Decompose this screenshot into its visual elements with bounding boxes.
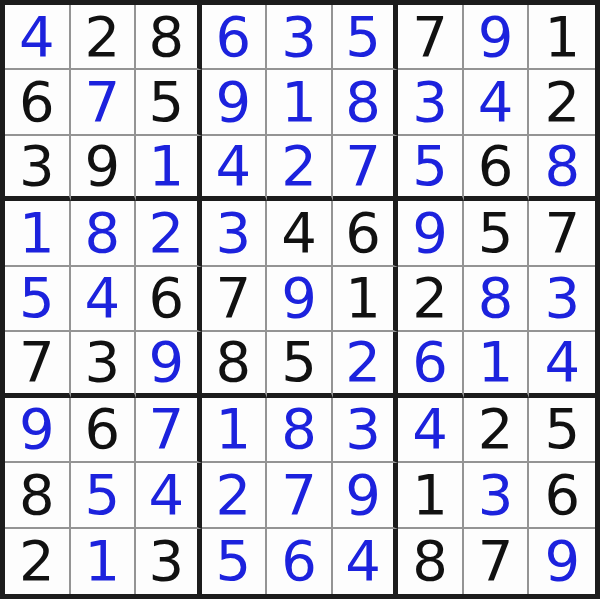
- cell-r7c4[interactable]: 1: [202, 398, 268, 463]
- cell-r7c1[interactable]: 9: [5, 398, 71, 463]
- cell-r3c3[interactable]: 1: [136, 136, 202, 201]
- cell-r7c2[interactable]: 6: [71, 398, 137, 463]
- cell-r9c8[interactable]: 7: [464, 529, 530, 594]
- cell-r5c6[interactable]: 1: [333, 267, 399, 332]
- cell-r4c7[interactable]: 9: [398, 201, 464, 266]
- cell-r5c5[interactable]: 9: [267, 267, 333, 332]
- cell-r1c5[interactable]: 3: [267, 5, 333, 70]
- cell-r6c9[interactable]: 4: [529, 332, 595, 397]
- cell-r3c1[interactable]: 3: [5, 136, 71, 201]
- cell-r2c1[interactable]: 6: [5, 70, 71, 135]
- cell-r9c6[interactable]: 4: [333, 529, 399, 594]
- cell-r7c8[interactable]: 2: [464, 398, 530, 463]
- cell-r8c1[interactable]: 8: [5, 463, 71, 528]
- cell-r2c9[interactable]: 2: [529, 70, 595, 135]
- cell-r6c8[interactable]: 1: [464, 332, 530, 397]
- cell-r4c5[interactable]: 4: [267, 201, 333, 266]
- cell-r7c6[interactable]: 3: [333, 398, 399, 463]
- cell-r1c1[interactable]: 4: [5, 5, 71, 70]
- cell-r8c6[interactable]: 9: [333, 463, 399, 528]
- cell-r3c9[interactable]: 8: [529, 136, 595, 201]
- cell-r2c6[interactable]: 8: [333, 70, 399, 135]
- cell-r6c5[interactable]: 5: [267, 332, 333, 397]
- sudoku-board: 4286357916759183423914275681823469575467…: [0, 0, 600, 599]
- cell-r1c4[interactable]: 6: [202, 5, 268, 70]
- cell-r9c1[interactable]: 2: [5, 529, 71, 594]
- cell-r5c2[interactable]: 4: [71, 267, 137, 332]
- cell-r5c8[interactable]: 8: [464, 267, 530, 332]
- cell-r2c5[interactable]: 1: [267, 70, 333, 135]
- cell-r7c5[interactable]: 8: [267, 398, 333, 463]
- cell-r4c6[interactable]: 6: [333, 201, 399, 266]
- cell-r5c9[interactable]: 3: [529, 267, 595, 332]
- cell-r1c6[interactable]: 5: [333, 5, 399, 70]
- cell-r9c5[interactable]: 6: [267, 529, 333, 594]
- cell-r1c8[interactable]: 9: [464, 5, 530, 70]
- cell-r8c4[interactable]: 2: [202, 463, 268, 528]
- cell-r2c2[interactable]: 7: [71, 70, 137, 135]
- cell-r3c8[interactable]: 6: [464, 136, 530, 201]
- cell-r1c2[interactable]: 2: [71, 5, 137, 70]
- cell-r7c9[interactable]: 5: [529, 398, 595, 463]
- cell-r3c7[interactable]: 5: [398, 136, 464, 201]
- cell-r3c2[interactable]: 9: [71, 136, 137, 201]
- cell-r2c8[interactable]: 4: [464, 70, 530, 135]
- cell-r6c2[interactable]: 3: [71, 332, 137, 397]
- cell-r6c6[interactable]: 2: [333, 332, 399, 397]
- cell-r1c9[interactable]: 1: [529, 5, 595, 70]
- cell-r7c7[interactable]: 4: [398, 398, 464, 463]
- cell-r9c4[interactable]: 5: [202, 529, 268, 594]
- cell-r4c8[interactable]: 5: [464, 201, 530, 266]
- cell-r9c3[interactable]: 3: [136, 529, 202, 594]
- sudoku-page: 4286357916759183423914275681823469575467…: [0, 0, 600, 599]
- cell-r4c2[interactable]: 8: [71, 201, 137, 266]
- cell-r8c8[interactable]: 3: [464, 463, 530, 528]
- cell-r9c2[interactable]: 1: [71, 529, 137, 594]
- cell-r8c5[interactable]: 7: [267, 463, 333, 528]
- cell-r2c4[interactable]: 9: [202, 70, 268, 135]
- cell-r6c1[interactable]: 7: [5, 332, 71, 397]
- cell-r4c1[interactable]: 1: [5, 201, 71, 266]
- cell-r8c7[interactable]: 1: [398, 463, 464, 528]
- cell-r8c2[interactable]: 5: [71, 463, 137, 528]
- cell-r7c3[interactable]: 7: [136, 398, 202, 463]
- cell-r3c6[interactable]: 7: [333, 136, 399, 201]
- cell-r5c3[interactable]: 6: [136, 267, 202, 332]
- cell-r6c7[interactable]: 6: [398, 332, 464, 397]
- cell-r4c3[interactable]: 2: [136, 201, 202, 266]
- cell-r3c4[interactable]: 4: [202, 136, 268, 201]
- cell-r2c7[interactable]: 3: [398, 70, 464, 135]
- cell-r5c1[interactable]: 5: [5, 267, 71, 332]
- cell-r3c5[interactable]: 2: [267, 136, 333, 201]
- cell-r2c3[interactable]: 5: [136, 70, 202, 135]
- cell-r5c4[interactable]: 7: [202, 267, 268, 332]
- cell-r4c4[interactable]: 3: [202, 201, 268, 266]
- cell-r9c7[interactable]: 8: [398, 529, 464, 594]
- cell-r1c3[interactable]: 8: [136, 5, 202, 70]
- cell-r6c3[interactable]: 9: [136, 332, 202, 397]
- cell-r9c9[interactable]: 9: [529, 529, 595, 594]
- cell-r5c7[interactable]: 2: [398, 267, 464, 332]
- cell-r1c7[interactable]: 7: [398, 5, 464, 70]
- cell-r8c9[interactable]: 6: [529, 463, 595, 528]
- cell-r4c9[interactable]: 7: [529, 201, 595, 266]
- cell-r8c3[interactable]: 4: [136, 463, 202, 528]
- cell-r6c4[interactable]: 8: [202, 332, 268, 397]
